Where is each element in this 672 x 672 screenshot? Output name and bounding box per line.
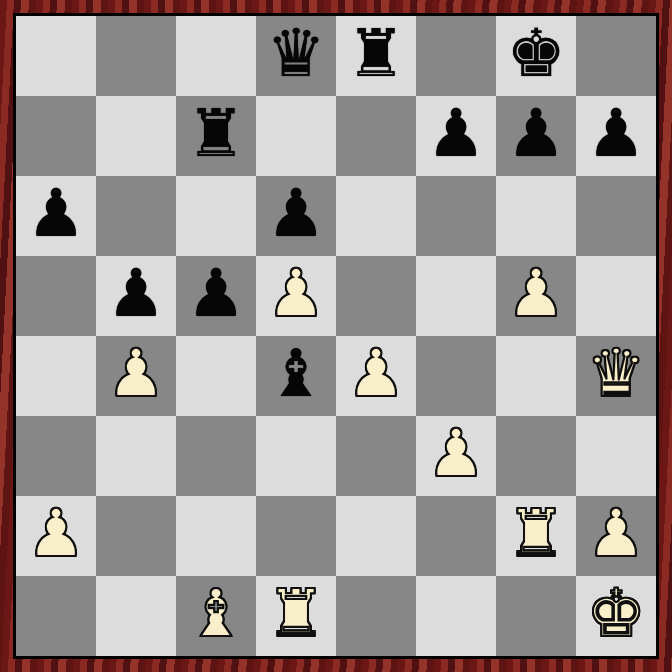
piece-black-king[interactable]: ♚ [506, 16, 565, 94]
square-b3[interactable] [96, 416, 176, 496]
square-b8[interactable] [96, 16, 176, 96]
square-d7[interactable] [256, 96, 336, 176]
square-a2[interactable]: ♟ [16, 496, 96, 576]
piece-white-pawn[interactable]: ♟ [346, 336, 405, 414]
square-c5[interactable]: ♟ [176, 256, 256, 336]
square-f8[interactable] [416, 16, 496, 96]
square-b4[interactable]: ♟ [96, 336, 176, 416]
piece-white-pawn[interactable]: ♟ [506, 256, 565, 334]
square-f3[interactable]: ♟ [416, 416, 496, 496]
square-d4[interactable]: ♝ [256, 336, 336, 416]
piece-white-pawn[interactable]: ♟ [266, 256, 325, 334]
piece-black-pawn[interactable]: ♟ [426, 96, 485, 174]
piece-white-pawn[interactable]: ♟ [106, 336, 165, 414]
square-e2[interactable] [336, 496, 416, 576]
square-h2[interactable]: ♟ [576, 496, 656, 576]
piece-black-pawn[interactable]: ♟ [106, 256, 165, 334]
square-e4[interactable]: ♟ [336, 336, 416, 416]
square-h6[interactable] [576, 176, 656, 256]
square-e6[interactable] [336, 176, 416, 256]
square-g5[interactable]: ♟ [496, 256, 576, 336]
square-c1[interactable]: ♝ [176, 576, 256, 656]
square-h4[interactable]: ♛ [576, 336, 656, 416]
piece-black-queen[interactable]: ♛ [266, 16, 325, 94]
square-b6[interactable] [96, 176, 176, 256]
square-e1[interactable] [336, 576, 416, 656]
square-d3[interactable] [256, 416, 336, 496]
piece-black-bishop[interactable]: ♝ [266, 336, 325, 414]
square-a3[interactable] [16, 416, 96, 496]
piece-white-rook[interactable]: ♜ [266, 576, 325, 654]
square-f4[interactable] [416, 336, 496, 416]
square-b2[interactable] [96, 496, 176, 576]
board-frame: ♛♜♚♜♟♟♟♟♟♟♟♟♟♟♝♟♛♟♟♜♟♝♜♚ [0, 0, 672, 672]
square-d1[interactable]: ♜ [256, 576, 336, 656]
square-f1[interactable] [416, 576, 496, 656]
square-b5[interactable]: ♟ [96, 256, 176, 336]
square-d2[interactable] [256, 496, 336, 576]
piece-white-rook[interactable]: ♜ [506, 496, 565, 574]
square-h1[interactable]: ♚ [576, 576, 656, 656]
piece-white-pawn[interactable]: ♟ [426, 416, 485, 494]
square-e7[interactable] [336, 96, 416, 176]
square-c7[interactable]: ♜ [176, 96, 256, 176]
square-a4[interactable] [16, 336, 96, 416]
square-e5[interactable] [336, 256, 416, 336]
piece-black-rook[interactable]: ♜ [186, 96, 245, 174]
square-f2[interactable] [416, 496, 496, 576]
square-g2[interactable]: ♜ [496, 496, 576, 576]
square-c3[interactable] [176, 416, 256, 496]
square-a5[interactable] [16, 256, 96, 336]
board-inner-border: ♛♜♚♜♟♟♟♟♟♟♟♟♟♟♝♟♛♟♟♜♟♝♜♚ [13, 13, 659, 659]
square-g3[interactable] [496, 416, 576, 496]
piece-white-king[interactable]: ♚ [586, 576, 645, 654]
piece-white-bishop[interactable]: ♝ [186, 576, 245, 654]
piece-white-pawn[interactable]: ♟ [586, 496, 645, 574]
piece-black-pawn[interactable]: ♟ [186, 256, 245, 334]
piece-black-pawn[interactable]: ♟ [266, 176, 325, 254]
square-e3[interactable] [336, 416, 416, 496]
square-d5[interactable]: ♟ [256, 256, 336, 336]
square-a8[interactable] [16, 16, 96, 96]
square-a7[interactable] [16, 96, 96, 176]
piece-black-pawn[interactable]: ♟ [586, 96, 645, 174]
piece-white-queen[interactable]: ♛ [586, 336, 645, 414]
square-d6[interactable]: ♟ [256, 176, 336, 256]
chess-board: ♛♜♚♜♟♟♟♟♟♟♟♟♟♟♝♟♛♟♟♜♟♝♜♚ [16, 16, 656, 656]
square-f5[interactable] [416, 256, 496, 336]
square-c6[interactable] [176, 176, 256, 256]
piece-black-rook[interactable]: ♜ [346, 16, 405, 94]
square-g6[interactable] [496, 176, 576, 256]
square-c4[interactable] [176, 336, 256, 416]
square-h8[interactable] [576, 16, 656, 96]
square-b7[interactable] [96, 96, 176, 176]
square-a1[interactable] [16, 576, 96, 656]
piece-white-pawn[interactable]: ♟ [26, 496, 85, 574]
square-d8[interactable]: ♛ [256, 16, 336, 96]
piece-black-pawn[interactable]: ♟ [26, 176, 85, 254]
square-h5[interactable] [576, 256, 656, 336]
square-g8[interactable]: ♚ [496, 16, 576, 96]
square-f6[interactable] [416, 176, 496, 256]
square-a6[interactable]: ♟ [16, 176, 96, 256]
square-g4[interactable] [496, 336, 576, 416]
square-h7[interactable]: ♟ [576, 96, 656, 176]
square-f7[interactable]: ♟ [416, 96, 496, 176]
square-g7[interactable]: ♟ [496, 96, 576, 176]
piece-black-pawn[interactable]: ♟ [506, 96, 565, 174]
square-g1[interactable] [496, 576, 576, 656]
square-e8[interactable]: ♜ [336, 16, 416, 96]
square-c8[interactable] [176, 16, 256, 96]
square-b1[interactable] [96, 576, 176, 656]
square-c2[interactable] [176, 496, 256, 576]
square-h3[interactable] [576, 416, 656, 496]
